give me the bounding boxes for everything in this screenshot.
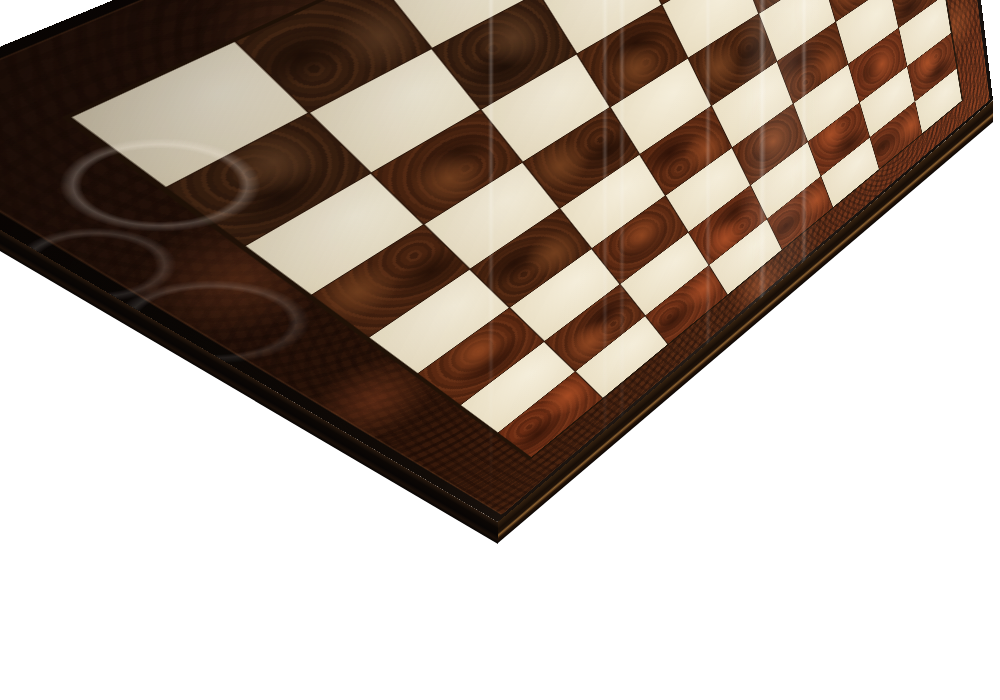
product-photo	[0, 0, 1000, 700]
chess-board	[0, 0, 993, 522]
board-border-frame	[0, 0, 990, 515]
board-inner-pinline	[62, 0, 964, 460]
board-field	[72, 0, 962, 457]
board-outer-trim	[0, 0, 993, 522]
